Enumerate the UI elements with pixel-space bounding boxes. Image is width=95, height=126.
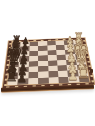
square-a6[interactable] [28,78,38,85]
board-clasp [90,69,93,73]
white-rook[interactable]: ♜ [77,66,90,81]
chess-set-photo: ♜♟♟♜♞♟♟♞♝♟♟♝♚♟♟♚♛♟♟♛♝♟♟♝♞♟♟♞♜♟♟♜ [0,0,95,126]
square-a5[interactable] [38,77,48,84]
square-a4[interactable] [48,77,58,84]
black-pawn[interactable]: ♟ [16,72,27,84]
